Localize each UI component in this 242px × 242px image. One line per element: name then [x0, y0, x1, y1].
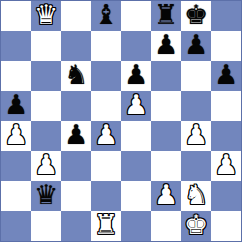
square-e3[interactable]: [121, 151, 151, 181]
piece-black-pawn-e6[interactable]: ♟: [124, 61, 148, 90]
square-b1[interactable]: [31, 211, 61, 241]
piece-white-queen-b8[interactable]: ♛: [34, 1, 58, 30]
square-a8[interactable]: [1, 1, 31, 31]
square-b2[interactable]: ♛: [31, 181, 61, 211]
square-a6[interactable]: [1, 61, 31, 91]
square-g7[interactable]: ♟: [181, 31, 211, 61]
square-f1[interactable]: [151, 211, 181, 241]
square-b7[interactable]: [31, 31, 61, 61]
square-b6[interactable]: [31, 61, 61, 91]
square-d4[interactable]: ♟: [91, 121, 121, 151]
piece-black-king-g8[interactable]: ♚: [184, 1, 208, 30]
piece-white-pawn-d4[interactable]: ♟: [94, 121, 118, 150]
square-h7[interactable]: [211, 31, 241, 61]
piece-black-queen-b2[interactable]: ♛: [34, 181, 58, 210]
square-d1[interactable]: ♜: [91, 211, 121, 241]
square-e4[interactable]: [121, 121, 151, 151]
piece-white-king-g1[interactable]: ♚: [184, 211, 208, 240]
piece-white-pawn-f2[interactable]: ♟: [154, 181, 178, 210]
piece-white-pawn-a4[interactable]: ♟: [4, 121, 28, 150]
piece-black-rook-f8[interactable]: ♜: [154, 1, 178, 30]
square-a1[interactable]: [1, 211, 31, 241]
square-h2[interactable]: [211, 181, 241, 211]
piece-black-pawn-f7[interactable]: ♟: [154, 31, 178, 60]
chess-board: ♛♝♜♚♟♟♞♟♟♟♟♟♟♟♟♟♟♛♟♞♜♚: [0, 0, 242, 242]
square-e2[interactable]: [121, 181, 151, 211]
piece-black-pawn-a5[interactable]: ♟: [4, 91, 28, 120]
square-b8[interactable]: ♛: [31, 1, 61, 31]
piece-black-pawn-h6[interactable]: ♟: [214, 61, 238, 90]
piece-black-knight-c6[interactable]: ♞: [64, 61, 88, 90]
square-f8[interactable]: ♜: [151, 1, 181, 31]
square-d5[interactable]: [91, 91, 121, 121]
piece-white-pawn-h3[interactable]: ♟: [214, 151, 238, 180]
square-a3[interactable]: [1, 151, 31, 181]
piece-white-knight-g2[interactable]: ♞: [184, 181, 208, 210]
square-g3[interactable]: [181, 151, 211, 181]
square-h5[interactable]: [211, 91, 241, 121]
square-c4[interactable]: ♟: [61, 121, 91, 151]
square-h6[interactable]: ♟: [211, 61, 241, 91]
square-f4[interactable]: [151, 121, 181, 151]
square-e1[interactable]: [121, 211, 151, 241]
piece-black-bishop-d8[interactable]: ♝: [94, 1, 118, 30]
square-g8[interactable]: ♚: [181, 1, 211, 31]
square-b5[interactable]: [31, 91, 61, 121]
square-a7[interactable]: [1, 31, 31, 61]
piece-white-pawn-b3[interactable]: ♟: [34, 151, 58, 180]
square-c7[interactable]: [61, 31, 91, 61]
piece-white-pawn-e5[interactable]: ♟: [124, 91, 148, 120]
square-f5[interactable]: [151, 91, 181, 121]
square-f2[interactable]: ♟: [151, 181, 181, 211]
square-f6[interactable]: [151, 61, 181, 91]
square-c5[interactable]: [61, 91, 91, 121]
square-g2[interactable]: ♞: [181, 181, 211, 211]
piece-white-pawn-g4[interactable]: ♟: [184, 121, 208, 150]
piece-white-rook-d1[interactable]: ♜: [94, 211, 118, 240]
square-b4[interactable]: [31, 121, 61, 151]
square-h1[interactable]: [211, 211, 241, 241]
square-g1[interactable]: ♚: [181, 211, 211, 241]
square-g4[interactable]: ♟: [181, 121, 211, 151]
piece-black-pawn-c4[interactable]: ♟: [64, 121, 88, 150]
square-e6[interactable]: ♟: [121, 61, 151, 91]
square-g6[interactable]: [181, 61, 211, 91]
square-h4[interactable]: [211, 121, 241, 151]
square-h8[interactable]: [211, 1, 241, 31]
square-h3[interactable]: ♟: [211, 151, 241, 181]
square-e5[interactable]: ♟: [121, 91, 151, 121]
square-d8[interactable]: ♝: [91, 1, 121, 31]
piece-black-pawn-g7[interactable]: ♟: [184, 31, 208, 60]
square-e7[interactable]: [121, 31, 151, 61]
square-b3[interactable]: ♟: [31, 151, 61, 181]
square-e8[interactable]: [121, 1, 151, 31]
square-d7[interactable]: [91, 31, 121, 61]
square-d6[interactable]: [91, 61, 121, 91]
square-c6[interactable]: ♞: [61, 61, 91, 91]
square-f3[interactable]: [151, 151, 181, 181]
square-c1[interactable]: [61, 211, 91, 241]
square-c8[interactable]: [61, 1, 91, 31]
square-f7[interactable]: ♟: [151, 31, 181, 61]
square-d2[interactable]: [91, 181, 121, 211]
square-c2[interactable]: [61, 181, 91, 211]
square-g5[interactable]: [181, 91, 211, 121]
square-a5[interactable]: ♟: [1, 91, 31, 121]
square-a2[interactable]: [1, 181, 31, 211]
square-c3[interactable]: [61, 151, 91, 181]
square-d3[interactable]: [91, 151, 121, 181]
square-a4[interactable]: ♟: [1, 121, 31, 151]
